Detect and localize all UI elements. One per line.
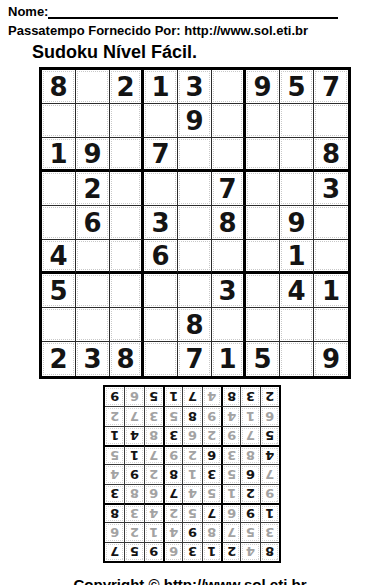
- sudoku-cell-r5c7: [246, 206, 280, 240]
- solution-cell-r5c5: 1: [182, 464, 201, 483]
- solution-cell-r9c1: 2: [260, 387, 279, 406]
- solution-cell-r2c2: 5: [240, 522, 259, 541]
- solution-cell-r1c2: 4: [240, 542, 259, 561]
- solution-cell-r1c8: 5: [124, 542, 143, 561]
- sudoku-cell-r3c1: 1: [42, 138, 76, 172]
- solution-cell-r5c9: 4: [105, 464, 124, 483]
- sudoku-cell-r3c3: [110, 138, 144, 172]
- sudoku-solution-grid-rotated: 8421369573578941261967524389215476837653…: [103, 385, 281, 563]
- sudoku-cell-r5c3: [110, 206, 144, 240]
- solution-cell-r6c9: 5: [105, 445, 124, 464]
- sudoku-cell-r2c3: [110, 104, 144, 138]
- solution-cell-r3c5: 5: [182, 503, 201, 522]
- sudoku-cell-r5c6: 8: [212, 206, 246, 240]
- solution-cell-r4c6: 7: [163, 484, 182, 503]
- solution-cell-r4c5: 4: [182, 484, 201, 503]
- sudoku-cell-r5c2: 6: [76, 206, 110, 240]
- sudoku-cell-r8c4: [144, 308, 178, 342]
- sudoku-cell-r2c7: [246, 104, 280, 138]
- sudoku-cell-r7c5: [178, 274, 212, 308]
- solution-cell-r5c4: 3: [202, 464, 221, 483]
- solution-cell-r9c8: 6: [124, 387, 143, 406]
- sudoku-cell-r8c9: [314, 308, 348, 342]
- name-row: Nome:: [8, 4, 338, 19]
- sudoku-cell-r2c6: [212, 104, 246, 138]
- page-title: Sudoku Nível Fácil.: [32, 42, 372, 63]
- sudoku-cell-r1c3: 2: [110, 70, 144, 104]
- solution-cell-r8c5: 8: [182, 406, 201, 425]
- solution-cell-r3c6: 2: [163, 503, 182, 522]
- solution-cell-r3c1: 1: [260, 503, 279, 522]
- solution-cell-r7c2: 7: [240, 426, 259, 445]
- solution-cell-r2c5: 9: [182, 522, 201, 541]
- sudoku-cell-r9c6: 1: [212, 342, 246, 376]
- solution-cell-r6c3: 3: [221, 445, 240, 464]
- solution-cell-r1c7: 9: [144, 542, 163, 561]
- solution-cell-r6c6: 9: [163, 445, 182, 464]
- sudoku-cell-r7c8: 4: [280, 274, 314, 308]
- sudoku-cell-r8c2: [76, 308, 110, 342]
- solution-cell-r1c6: 6: [163, 542, 182, 561]
- sudoku-cell-r6c8: 1: [280, 240, 314, 274]
- sudoku-cell-r6c1: 4: [42, 240, 76, 274]
- solution-cell-r1c1: 8: [260, 542, 279, 561]
- sudoku-cell-r2c9: [314, 104, 348, 138]
- sudoku-cell-r9c3: 8: [110, 342, 144, 376]
- solution-cell-r5c8: 9: [124, 464, 143, 483]
- solution-cell-r8c4: 9: [202, 406, 221, 425]
- solution-cell-r7c4: 2: [202, 426, 221, 445]
- solution-cell-r9c5: 7: [182, 387, 201, 406]
- sudoku-cell-r2c4: [144, 104, 178, 138]
- solution-cell-r7c6: 3: [163, 426, 182, 445]
- sudoku-cell-r7c4: [144, 274, 178, 308]
- sudoku-cell-r9c7: 5: [246, 342, 280, 376]
- sudoku-cell-r4c4: [144, 172, 178, 206]
- sudoku-cell-r6c4: 6: [144, 240, 178, 274]
- sudoku-cell-r2c8: [280, 104, 314, 138]
- solution-cell-r6c8: 1: [124, 445, 143, 464]
- sudoku-cell-r9c5: 7: [178, 342, 212, 376]
- sudoku-cell-r2c2: [76, 104, 110, 138]
- solution-cell-r2c9: 6: [105, 522, 124, 541]
- solution-cell-r4c9: 3: [105, 484, 124, 503]
- solution-cell-r4c4: 5: [202, 484, 221, 503]
- sudoku-cell-r1c6: [212, 70, 246, 104]
- sudoku-cell-r1c4: 1: [144, 70, 178, 104]
- solution-cell-r9c7: 5: [144, 387, 163, 406]
- solution-cell-r5c6: 8: [163, 464, 182, 483]
- sudoku-cell-r8c7: [246, 308, 280, 342]
- sudoku-cell-r8c3: [110, 308, 144, 342]
- solution-cell-r8c1: 6: [260, 406, 279, 425]
- solution-cell-r3c3: 6: [221, 503, 240, 522]
- solution-cell-r1c3: 2: [221, 542, 240, 561]
- solution-cell-r5c3: 5: [221, 464, 240, 483]
- sudoku-cell-r3c8: [280, 138, 314, 172]
- sudoku-cell-r1c8: 5: [280, 70, 314, 104]
- provider-text: Passatempo Fornecido Por: http://www.sol…: [8, 23, 372, 38]
- solution-cell-r2c3: 7: [221, 522, 240, 541]
- solution-cell-r4c7: 6: [144, 484, 163, 503]
- solution-cell-r8c6: 5: [163, 406, 182, 425]
- solution-cell-r1c9: 7: [105, 542, 124, 561]
- sudoku-cell-r4c8: [280, 172, 314, 206]
- sudoku-cell-r4c3: [110, 172, 144, 206]
- sudoku-cell-r4c5: [178, 172, 212, 206]
- sudoku-cell-r6c9: [314, 240, 348, 274]
- sudoku-cell-r3c5: [178, 138, 212, 172]
- solution-cell-r1c4: 1: [202, 542, 221, 561]
- solution-cell-r5c1: 7: [260, 464, 279, 483]
- solution-cell-r8c2: 1: [240, 406, 259, 425]
- solution-cell-r7c5: 6: [182, 426, 201, 445]
- sudoku-cell-r7c1: 5: [42, 274, 76, 308]
- copyright-text: Copyright © http://www.sol.eti.br: [0, 576, 380, 585]
- sudoku-cell-r2c1: [42, 104, 76, 138]
- sudoku-cell-r1c2: [76, 70, 110, 104]
- solution-cell-r6c5: 2: [182, 445, 201, 464]
- sudoku-cell-r3c9: 8: [314, 138, 348, 172]
- solution-cell-r9c4: 4: [202, 387, 221, 406]
- sudoku-cell-r9c2: 3: [76, 342, 110, 376]
- sudoku-cell-r4c9: 3: [314, 172, 348, 206]
- sudoku-cell-r1c1: 8: [42, 70, 76, 104]
- sudoku-cell-r6c7: [246, 240, 280, 274]
- solution-cell-r6c2: 8: [240, 445, 259, 464]
- sudoku-cell-r9c4: [144, 342, 178, 376]
- sudoku-cell-r1c9: 7: [314, 70, 348, 104]
- solution-cell-r9c3: 8: [221, 387, 240, 406]
- sudoku-cell-r4c6: 7: [212, 172, 246, 206]
- sudoku-cell-r8c1: [42, 308, 76, 342]
- sudoku-cell-r3c2: 9: [76, 138, 110, 172]
- sudoku-cell-r2c5: 9: [178, 104, 212, 138]
- solution-cell-r2c7: 1: [144, 522, 163, 541]
- sudoku-cell-r9c1: 2: [42, 342, 76, 376]
- solution-cell-r8c3: 4: [221, 406, 240, 425]
- solution-cell-r4c1: 9: [260, 484, 279, 503]
- solution-cell-r6c7: 7: [144, 445, 163, 464]
- name-label: Nome:: [8, 4, 48, 19]
- solution-cell-r2c8: 2: [124, 522, 143, 541]
- solution-cell-r7c7: 8: [144, 426, 163, 445]
- sudoku-cell-r5c9: [314, 206, 348, 240]
- solution-cell-r3c7: 4: [144, 503, 163, 522]
- sudoku-cell-r3c7: [246, 138, 280, 172]
- sudoku-cell-r4c7: [246, 172, 280, 206]
- solution-cell-r6c1: 4: [260, 445, 279, 464]
- solution-cell-r7c1: 5: [260, 426, 279, 445]
- sudoku-cell-r7c6: 3: [212, 274, 246, 308]
- sudoku-cell-r8c5: 8: [178, 308, 212, 342]
- solution-cell-r3c8: 3: [124, 503, 143, 522]
- solution-cell-r9c2: 3: [240, 387, 259, 406]
- solution-cell-r7c8: 4: [124, 426, 143, 445]
- sudoku-cell-r7c3: [110, 274, 144, 308]
- sudoku-cell-r6c3: [110, 240, 144, 274]
- sudoku-cell-r1c5: 3: [178, 70, 212, 104]
- solution-cell-r1c5: 3: [182, 542, 201, 561]
- sudoku-cell-r5c4: 3: [144, 206, 178, 240]
- solution-cell-r9c6: 1: [163, 387, 182, 406]
- sudoku-cell-r5c1: [42, 206, 76, 240]
- sudoku-cell-r6c6: [212, 240, 246, 274]
- sudoku-cell-r7c7: [246, 274, 280, 308]
- solution-cell-r2c6: 4: [163, 522, 182, 541]
- sudoku-cell-r4c2: 2: [76, 172, 110, 206]
- sudoku-cell-r8c6: [212, 308, 246, 342]
- sudoku-puzzle-grid: 8213957919782736389461534182387159: [39, 67, 351, 379]
- solution-cell-r5c7: 2: [144, 464, 163, 483]
- solution-cell-r9c9: 9: [105, 387, 124, 406]
- sudoku-cell-r6c2: [76, 240, 110, 274]
- solution-cell-r8c9: 2: [105, 406, 124, 425]
- sudoku-cell-r5c8: 9: [280, 206, 314, 240]
- solution-cell-r7c3: 9: [221, 426, 240, 445]
- sudoku-cell-r5c5: [178, 206, 212, 240]
- solution-cell-r7c9: 1: [105, 426, 124, 445]
- sudoku-cell-r9c8: [280, 342, 314, 376]
- sudoku-cell-r7c9: 1: [314, 274, 348, 308]
- solution-cell-r6c4: 6: [202, 445, 221, 464]
- worksheet-page: Nome: Passatempo Fornecido Por: http://w…: [0, 0, 380, 585]
- sudoku-cell-r3c4: 7: [144, 138, 178, 172]
- solution-cell-r5c2: 6: [240, 464, 259, 483]
- solution-cell-r2c1: 3: [260, 522, 279, 541]
- sudoku-cell-r9c9: 9: [314, 342, 348, 376]
- sudoku-cell-r3c6: [212, 138, 246, 172]
- solution-cell-r8c8: 7: [124, 406, 143, 425]
- solution-cell-r2c4: 8: [202, 522, 221, 541]
- sudoku-cell-r1c7: 9: [246, 70, 280, 104]
- name-fill-line: [48, 4, 338, 19]
- sudoku-cell-r4c1: [42, 172, 76, 206]
- solution-cell-r8c7: 3: [144, 406, 163, 425]
- solution-cell-r4c3: 1: [221, 484, 240, 503]
- sudoku-cell-r8c8: [280, 308, 314, 342]
- solution-cell-r3c9: 8: [105, 503, 124, 522]
- header: Nome: Passatempo Fornecido Por: http://w…: [0, 0, 380, 63]
- solution-cell-r4c2: 2: [240, 484, 259, 503]
- sudoku-cell-r6c5: [178, 240, 212, 274]
- solution-cell-r3c4: 7: [202, 503, 221, 522]
- solution-cell-r3c2: 9: [240, 503, 259, 522]
- sudoku-cell-r7c2: [76, 274, 110, 308]
- solution-cell-r4c8: 8: [124, 484, 143, 503]
